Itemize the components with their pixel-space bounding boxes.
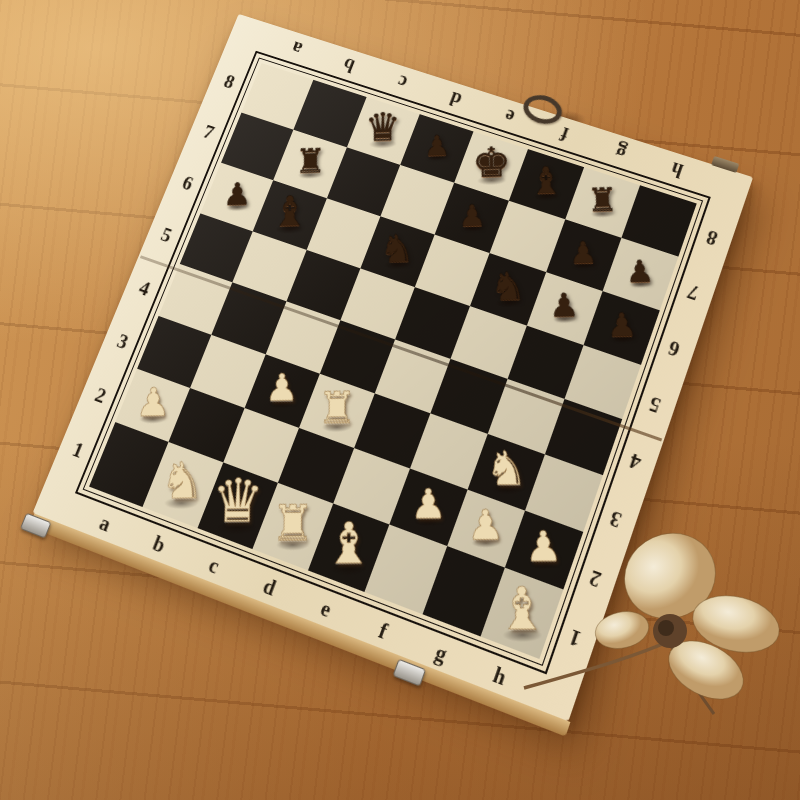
file-label-h: h — [645, 152, 708, 188]
metal-clasp-icon — [393, 659, 427, 687]
piece-dark-b-b6: ♝ — [270, 187, 309, 236]
dried-flower-decoration — [518, 518, 800, 728]
piece-white-p-a2: ♟ — [135, 379, 171, 425]
piece-dark-r-g8: ♜ — [586, 180, 618, 219]
piece-dark-p-h6: ♟ — [606, 305, 638, 344]
file-label-g: g — [589, 134, 651, 170]
file-label-a: a — [267, 32, 326, 65]
rank-label-5: 5 — [630, 372, 679, 439]
piece-dark-p-h7: ♟ — [626, 253, 656, 289]
photo-scene: abcdefgh abcdefgh 87654321 87654321 ♛♟♚♝… — [0, 0, 800, 800]
piece-dark-p-d8: ♟ — [424, 129, 450, 162]
piece-dark-p-g7: ♟ — [569, 235, 598, 270]
piece-dark-p-e7: ♟ — [458, 198, 486, 233]
rank-label-6: 6 — [650, 316, 699, 382]
piece-dark-p-a6: ♟ — [223, 176, 252, 213]
file-label-f: f — [534, 117, 596, 152]
piece-dark-p-g6: ♟ — [549, 286, 580, 325]
rank-label-7: 7 — [669, 261, 717, 326]
metal-hinge-icon — [711, 156, 739, 173]
piece-white-n-g3: ♞ — [484, 440, 527, 496]
piece-dark-n-f6: ♞ — [490, 263, 527, 308]
piece-white-r-d3: ♜ — [317, 382, 357, 433]
piece-dark-r-b7: ♜ — [294, 142, 325, 181]
piece-white-p-g2: ♟ — [467, 501, 505, 549]
piece-white-p-f2: ♟ — [410, 480, 447, 528]
piece-dark-n-d6: ♞ — [380, 226, 415, 271]
flower-calyx — [658, 620, 674, 636]
twig — [524, 638, 676, 688]
piece-white-r-d1: ♜ — [271, 493, 315, 551]
piece-white-q-c1: ♛ — [210, 465, 264, 536]
seed-pod — [592, 607, 652, 653]
piece-dark-b-f8: ♝ — [529, 159, 565, 202]
piece-white-p-c3: ♟ — [265, 366, 299, 410]
piece-dark-q-c8: ♛ — [365, 104, 401, 150]
metal-clasp-icon — [20, 513, 52, 539]
piece-white-n-b1: ♞ — [160, 451, 206, 510]
file-label-d: d — [425, 82, 486, 117]
file-label-c: c — [372, 65, 432, 99]
piece-dark-k-e8: ♚ — [472, 138, 511, 187]
rank-label-8: 8 — [688, 207, 736, 271]
file-label-b: b — [319, 48, 378, 82]
piece-white-b-e1: ♝ — [323, 510, 374, 577]
